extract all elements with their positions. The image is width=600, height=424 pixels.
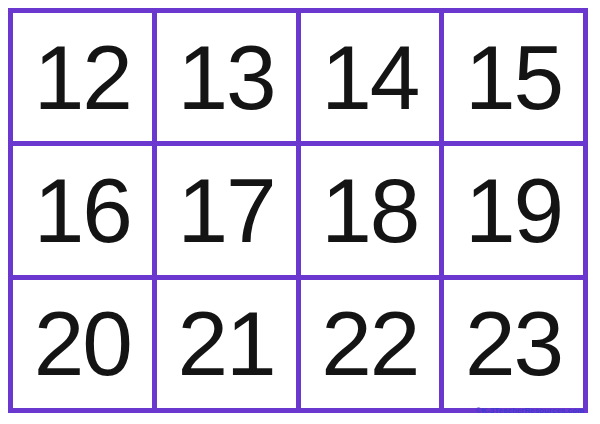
number-card-13: 13 <box>157 13 296 141</box>
number-card-16: 16 <box>13 146 152 274</box>
number-card-21: 21 <box>157 280 296 408</box>
card-number: 23 <box>465 298 562 389</box>
card-number: 19 <box>465 165 562 256</box>
card-number: 13 <box>178 32 275 123</box>
number-card-20: 20 <box>13 280 152 408</box>
card-number: 14 <box>321 32 418 123</box>
flashcard-sheet: 12 13 14 15 16 17 18 19 20 21 22 23 ©K-3… <box>0 0 600 424</box>
watermark: ©K-3TeacherResources.com <box>476 406 584 415</box>
card-number: 22 <box>321 298 418 389</box>
number-card-grid: 12 13 14 15 16 17 18 19 20 21 22 23 <box>8 8 588 413</box>
card-number: 17 <box>178 165 275 256</box>
number-card-17: 17 <box>157 146 296 274</box>
card-number: 18 <box>321 165 418 256</box>
card-number: 12 <box>34 32 131 123</box>
card-number: 21 <box>178 298 275 389</box>
number-card-18: 18 <box>301 146 440 274</box>
number-card-23: 23 <box>444 280 583 408</box>
number-card-15: 15 <box>444 13 583 141</box>
card-number: 16 <box>34 165 131 256</box>
card-number: 20 <box>34 298 131 389</box>
number-card-14: 14 <box>301 13 440 141</box>
number-card-19: 19 <box>444 146 583 274</box>
number-card-22: 22 <box>301 280 440 408</box>
number-card-12: 12 <box>13 13 152 141</box>
card-number: 15 <box>465 32 562 123</box>
